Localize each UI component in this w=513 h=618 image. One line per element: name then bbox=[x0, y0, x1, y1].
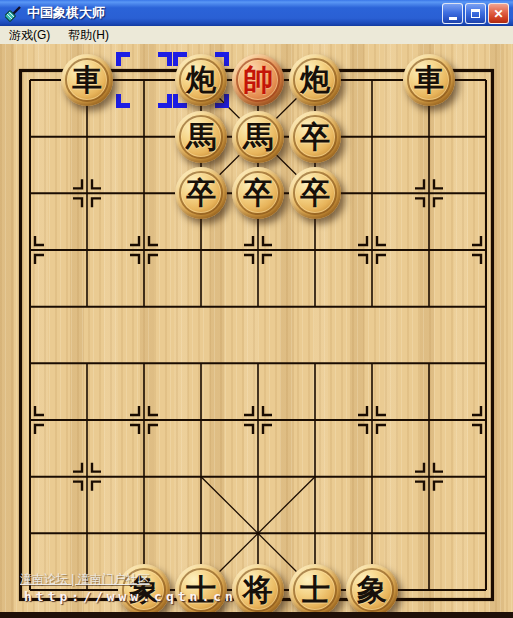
piece-black-r1c3[interactable]: 馬 bbox=[175, 111, 227, 163]
piece-black-r9c6[interactable]: 象 bbox=[346, 564, 398, 616]
watermark-url: http://www.cqtn.cn bbox=[24, 589, 237, 604]
piece-black-r1c4[interactable]: 馬 bbox=[232, 111, 284, 163]
watermark-forum: 潼南论坛 | 潼南门户社区 bbox=[20, 571, 150, 588]
piece-red-r0c4[interactable]: 帥 bbox=[232, 54, 284, 106]
piece-black-r2c5[interactable]: 卒 bbox=[289, 167, 341, 219]
menu-item-help[interactable]: 帮助(H) bbox=[59, 27, 118, 44]
menu-item-game[interactable]: 游戏(G) bbox=[0, 27, 59, 44]
title-bar: 中国象棋大师 ✕ bbox=[0, 0, 513, 26]
piece-black-r0c1[interactable]: 車 bbox=[61, 54, 113, 106]
window-title: 中国象棋大师 bbox=[27, 4, 105, 22]
piece-black-r1c5[interactable]: 卒 bbox=[289, 111, 341, 163]
piece-black-r0c3[interactable]: 炮 bbox=[175, 54, 227, 106]
menu-bar: 游戏(G) 帮助(H) bbox=[0, 26, 513, 44]
minimize-button[interactable] bbox=[442, 3, 463, 24]
close-icon: ✕ bbox=[493, 8, 503, 20]
app-icon bbox=[5, 4, 23, 22]
close-button[interactable]: ✕ bbox=[488, 3, 509, 24]
bottom-edge bbox=[0, 612, 513, 618]
minimize-icon bbox=[449, 17, 457, 20]
piece-black-r9c5[interactable]: 士 bbox=[289, 564, 341, 616]
window-controls: ✕ bbox=[442, 3, 509, 24]
maximize-icon bbox=[471, 9, 480, 18]
piece-black-r2c4[interactable]: 卒 bbox=[232, 167, 284, 219]
piece-black-r0c5[interactable]: 炮 bbox=[289, 54, 341, 106]
xiangqi-board[interactable]: 車炮帥炮車馬馬卒卒卒卒象士将士象 潼南论坛 | 潼南门户社区 http://ww… bbox=[0, 44, 513, 618]
maximize-button[interactable] bbox=[465, 3, 486, 24]
piece-black-r2c3[interactable]: 卒 bbox=[175, 167, 227, 219]
app-window: 中国象棋大师 ✕ 游戏(G) 帮助(H) 車炮帥炮車馬馬卒卒卒卒象士将士象 潼南… bbox=[0, 0, 513, 618]
piece-black-r0c7[interactable]: 車 bbox=[403, 54, 455, 106]
piece-black-r9c4[interactable]: 将 bbox=[232, 564, 284, 616]
